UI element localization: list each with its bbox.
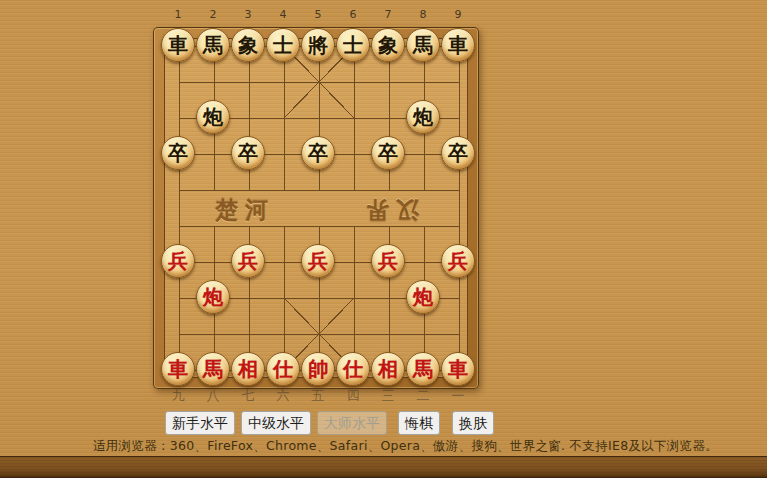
piece-red-相-f7r10[interactable]: 相 (371, 352, 405, 386)
river-label-left: 楚河 (215, 195, 275, 225)
piece-red-炮-f2r8[interactable]: 炮 (196, 280, 230, 314)
button-新手水平[interactable]: 新手水平 (165, 411, 235, 435)
button-大师水平: 大师水平 (317, 411, 387, 435)
river-label-right-rotated: 汉界 (359, 195, 419, 225)
file-label-bottom-2: 八 (202, 388, 224, 404)
piece-black-卒-f9r4[interactable]: 卒 (441, 136, 475, 170)
file-label-top-1: 1 (168, 8, 188, 22)
file-label-top-2: 2 (203, 8, 223, 22)
piece-black-將-f5r1[interactable]: 將 (301, 28, 335, 62)
piece-black-馬-f2r1[interactable]: 馬 (196, 28, 230, 62)
piece-red-相-f3r10[interactable]: 相 (231, 352, 265, 386)
file-label-bottom-1: 九 (167, 388, 189, 404)
piece-black-卒-f1r4[interactable]: 卒 (161, 136, 195, 170)
xiangqi-board[interactable]: 楚河 汉界 (164, 38, 468, 378)
piece-red-炮-f8r8[interactable]: 炮 (406, 280, 440, 314)
button-中级水平[interactable]: 中级水平 (241, 411, 311, 435)
file-label-top-6: 6 (343, 8, 363, 22)
button-换肤[interactable]: 换肤 (452, 411, 494, 435)
piece-black-象-f3r1[interactable]: 象 (231, 28, 265, 62)
piece-red-兵-f7r7[interactable]: 兵 (371, 244, 405, 278)
piece-black-卒-f7r4[interactable]: 卒 (371, 136, 405, 170)
piece-black-炮-f2r3[interactable]: 炮 (196, 100, 230, 134)
file-label-top-8: 8 (413, 8, 433, 22)
file-label-bottom-4: 六 (272, 388, 294, 404)
file-label-top-9: 9 (448, 8, 468, 22)
file-label-bottom-3: 七 (237, 388, 259, 404)
board-frame: 楚河 汉界 (153, 27, 479, 389)
file-label-top-4: 4 (273, 8, 293, 22)
file-label-bottom-9: 一 (447, 388, 469, 404)
piece-red-帥-f5r10[interactable]: 帥 (301, 352, 335, 386)
file-label-bottom-6: 四 (342, 388, 364, 404)
piece-black-卒-f3r4[interactable]: 卒 (231, 136, 265, 170)
piece-red-兵-f3r7[interactable]: 兵 (231, 244, 265, 278)
piece-black-卒-f5r4[interactable]: 卒 (301, 136, 335, 170)
file-label-bottom-7: 三 (377, 388, 399, 404)
bottom-wood-band (0, 456, 767, 478)
board-grid (165, 39, 467, 377)
piece-red-兵-f5r7[interactable]: 兵 (301, 244, 335, 278)
piece-black-士-f6r1[interactable]: 士 (336, 28, 370, 62)
file-label-bottom-8: 二 (412, 388, 434, 404)
piece-black-士-f4r1[interactable]: 士 (266, 28, 300, 62)
piece-red-車-f9r10[interactable]: 車 (441, 352, 475, 386)
file-label-top-3: 3 (238, 8, 258, 22)
button-悔棋[interactable]: 悔棋 (398, 411, 440, 435)
piece-red-車-f1r10[interactable]: 車 (161, 352, 195, 386)
browser-support-note: 适用浏览器：360、FireFox、Chrome、Safari、Opera、傲游… (93, 438, 753, 455)
piece-red-仕-f4r10[interactable]: 仕 (266, 352, 300, 386)
piece-black-象-f7r1[interactable]: 象 (371, 28, 405, 62)
file-label-bottom-5: 五 (307, 388, 329, 404)
xiangqi-app: 123456789 楚河 汉界 車馬象士將士象馬車炮炮卒卒卒卒卒兵兵兵兵兵炮炮車… (0, 0, 767, 478)
file-label-top-5: 5 (308, 8, 328, 22)
level-and-action-buttons: 新手水平中级水平大师水平悔棋换肤 (165, 411, 494, 435)
piece-red-馬-f2r10[interactable]: 馬 (196, 352, 230, 386)
piece-red-兵-f1r7[interactable]: 兵 (161, 244, 195, 278)
piece-red-仕-f6r10[interactable]: 仕 (336, 352, 370, 386)
piece-black-車-f9r1[interactable]: 車 (441, 28, 475, 62)
piece-black-車-f1r1[interactable]: 車 (161, 28, 195, 62)
piece-red-馬-f8r10[interactable]: 馬 (406, 352, 440, 386)
piece-black-馬-f8r1[interactable]: 馬 (406, 28, 440, 62)
piece-red-兵-f9r7[interactable]: 兵 (441, 244, 475, 278)
piece-black-炮-f8r3[interactable]: 炮 (406, 100, 440, 134)
file-label-top-7: 7 (378, 8, 398, 22)
